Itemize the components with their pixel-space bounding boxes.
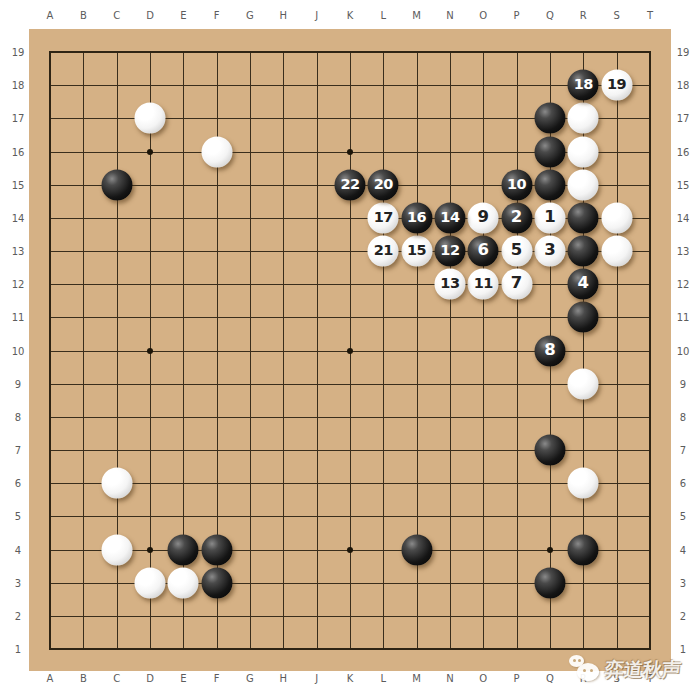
row-label-left: 18 <box>12 80 25 91</box>
row-label-left: 8 <box>15 411 21 422</box>
stone-black-Q3 <box>534 567 565 598</box>
move-number: 22 <box>340 177 359 192</box>
star-point <box>347 149 353 155</box>
stone-black-R11 <box>568 302 599 333</box>
column-label-top: P <box>514 10 520 21</box>
column-label-bottom: S <box>613 673 619 684</box>
move-number: 3 <box>544 242 555 259</box>
stone-black-Q15 <box>534 169 565 200</box>
row-label-right: 1 <box>680 644 686 655</box>
stone-white-S14 <box>601 202 632 233</box>
row-label-right: 11 <box>677 312 690 323</box>
column-label-bottom: B <box>80 673 87 684</box>
move-number: 13 <box>440 276 459 291</box>
column-label-bottom: K <box>347 673 354 684</box>
stone-white-S18: 19 <box>601 70 632 101</box>
go-diagram: AABBCCDDEEFFGGHHJJKKLLMMNNOOPPQQRRSSTT19… <box>0 0 700 700</box>
row-label-left: 3 <box>15 577 21 588</box>
column-label-top: O <box>479 10 487 21</box>
row-label-right: 8 <box>680 411 686 422</box>
row-label-right: 10 <box>677 345 690 356</box>
column-label-bottom: M <box>412 673 421 684</box>
star-point <box>347 547 353 553</box>
star-point <box>347 348 353 354</box>
stone-white-P13: 5 <box>501 236 532 267</box>
stone-white-C6 <box>101 468 132 499</box>
column-label-top: N <box>446 10 453 21</box>
row-label-left: 12 <box>12 279 25 290</box>
row-label-right: 4 <box>680 544 686 555</box>
column-label-bottom: E <box>180 673 186 684</box>
star-point <box>147 348 153 354</box>
move-number: 20 <box>374 177 393 192</box>
stone-white-F16 <box>201 136 232 167</box>
stone-white-Q14: 1 <box>534 202 565 233</box>
stone-black-R18: 18 <box>568 70 599 101</box>
column-label-bottom: P <box>514 673 520 684</box>
column-label-bottom: D <box>146 673 154 684</box>
stone-white-L13: 21 <box>368 236 399 267</box>
stone-white-R16 <box>568 136 599 167</box>
move-number: 14 <box>440 210 459 225</box>
row-label-right: 5 <box>680 511 686 522</box>
stone-white-C4 <box>101 534 132 565</box>
stone-white-O12: 11 <box>468 269 499 300</box>
column-label-top: K <box>347 10 354 21</box>
stone-black-O13: 6 <box>468 236 499 267</box>
stone-black-R4 <box>568 534 599 565</box>
column-label-bottom: Q <box>546 673 554 684</box>
column-label-bottom: R <box>580 673 587 684</box>
row-label-left: 14 <box>12 212 25 223</box>
column-label-bottom: O <box>479 673 487 684</box>
stone-black-F3 <box>201 567 232 598</box>
move-number: 10 <box>507 177 526 192</box>
row-label-left: 9 <box>15 378 21 389</box>
move-number: 7 <box>511 275 522 292</box>
stone-white-S13 <box>601 236 632 267</box>
stone-black-K15: 22 <box>334 169 365 200</box>
stone-black-Q16 <box>534 136 565 167</box>
move-number: 1 <box>544 209 555 226</box>
stone-white-Q13: 3 <box>534 236 565 267</box>
column-label-top: F <box>214 10 220 21</box>
stone-black-R14 <box>568 202 599 233</box>
row-label-right: 6 <box>680 478 686 489</box>
move-number: 12 <box>440 243 459 258</box>
row-label-right: 19 <box>677 47 690 58</box>
column-label-bottom: H <box>280 673 288 684</box>
column-label-bottom: N <box>446 673 453 684</box>
row-label-left: 11 <box>12 312 25 323</box>
column-label-top: L <box>381 10 387 21</box>
row-label-right: 9 <box>680 378 686 389</box>
row-label-left: 2 <box>15 610 21 621</box>
move-number: 11 <box>474 276 493 291</box>
row-label-right: 18 <box>677 80 690 91</box>
star-point <box>147 149 153 155</box>
move-number: 4 <box>578 275 589 292</box>
row-label-left: 4 <box>15 544 21 555</box>
stone-black-Q10: 8 <box>534 335 565 366</box>
stone-white-P12: 7 <box>501 269 532 300</box>
move-number: 8 <box>544 342 555 359</box>
stone-white-R15 <box>568 169 599 200</box>
column-label-top: S <box>613 10 619 21</box>
column-label-bottom: G <box>246 673 254 684</box>
column-label-top: A <box>47 10 54 21</box>
stone-white-R6 <box>568 468 599 499</box>
column-label-top: Q <box>546 10 554 21</box>
stone-black-M4 <box>401 534 432 565</box>
column-label-bottom: A <box>47 673 54 684</box>
move-number: 6 <box>478 242 489 259</box>
row-label-right: 2 <box>680 610 686 621</box>
column-label-bottom: J <box>315 673 318 684</box>
stone-black-N14: 14 <box>434 202 465 233</box>
stone-white-R17 <box>568 103 599 134</box>
stone-black-P15: 10 <box>501 169 532 200</box>
move-number: 18 <box>574 77 593 92</box>
column-label-top: T <box>647 10 653 21</box>
row-label-left: 17 <box>12 113 25 124</box>
row-label-left: 16 <box>12 146 25 157</box>
row-label-right: 3 <box>680 577 686 588</box>
row-label-right: 7 <box>680 445 686 456</box>
stone-black-Q7 <box>534 435 565 466</box>
move-number: 5 <box>511 242 522 259</box>
move-number: 21 <box>374 243 393 258</box>
stone-black-C15 <box>101 169 132 200</box>
stone-black-F4 <box>201 534 232 565</box>
stone-black-R12: 4 <box>568 269 599 300</box>
column-label-top: C <box>113 10 120 21</box>
stone-white-D3 <box>134 567 165 598</box>
row-label-left: 10 <box>12 345 25 356</box>
stone-white-O14: 9 <box>468 202 499 233</box>
row-label-left: 1 <box>15 644 21 655</box>
stone-black-P14: 2 <box>501 202 532 233</box>
row-label-right: 14 <box>677 212 690 223</box>
row-label-right: 17 <box>677 113 690 124</box>
row-label-left: 6 <box>15 478 21 489</box>
row-label-left: 19 <box>12 47 25 58</box>
stone-black-N13: 12 <box>434 236 465 267</box>
row-label-left: 5 <box>15 511 21 522</box>
row-label-left: 13 <box>12 246 25 257</box>
stone-white-E3 <box>168 567 199 598</box>
column-label-top: M <box>412 10 421 21</box>
stone-black-R13 <box>568 236 599 267</box>
stone-white-M13: 15 <box>401 236 432 267</box>
move-number: 2 <box>511 209 522 226</box>
row-label-right: 16 <box>677 146 690 157</box>
column-label-top: J <box>315 10 318 21</box>
column-label-top: E <box>180 10 186 21</box>
stone-black-Q17 <box>534 103 565 134</box>
column-label-top: G <box>246 10 254 21</box>
stone-black-M14: 16 <box>401 202 432 233</box>
column-label-top: R <box>580 10 587 21</box>
move-number: 15 <box>407 243 426 258</box>
row-label-left: 15 <box>12 179 25 190</box>
stone-white-L14: 17 <box>368 202 399 233</box>
move-number: 19 <box>607 77 626 92</box>
star-point <box>547 547 553 553</box>
row-label-right: 15 <box>677 179 690 190</box>
column-label-bottom: L <box>381 673 387 684</box>
column-label-bottom: F <box>214 673 220 684</box>
stone-black-E4 <box>168 534 199 565</box>
move-number: 16 <box>407 210 426 225</box>
stone-white-D17 <box>134 103 165 134</box>
row-label-right: 13 <box>677 246 690 257</box>
star-point <box>147 547 153 553</box>
column-label-top: B <box>80 10 87 21</box>
move-number: 17 <box>374 210 393 225</box>
stone-white-N12: 13 <box>434 269 465 300</box>
stone-black-L15: 20 <box>368 169 399 200</box>
move-number: 9 <box>478 209 489 226</box>
column-label-top: D <box>146 10 154 21</box>
row-label-left: 7 <box>15 445 21 456</box>
column-label-bottom: C <box>113 673 120 684</box>
row-label-right: 12 <box>677 279 690 290</box>
column-label-top: H <box>280 10 288 21</box>
stone-white-R9 <box>568 368 599 399</box>
column-label-bottom: T <box>647 673 653 684</box>
